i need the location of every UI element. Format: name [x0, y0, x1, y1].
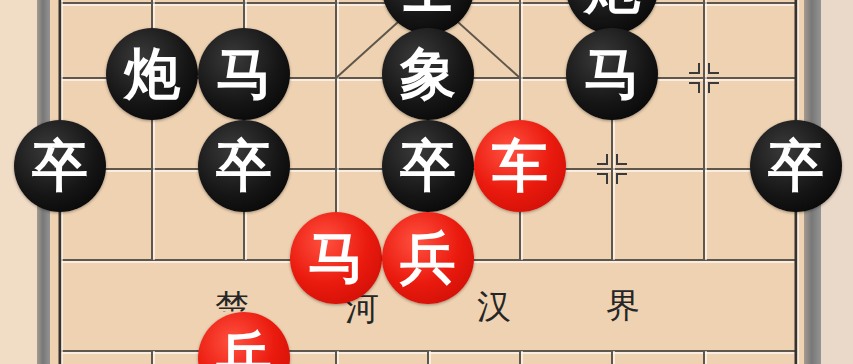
river-label-3: 汉	[477, 290, 511, 324]
black-soldier-file5-piece[interactable]: 卒	[382, 120, 474, 212]
black-soldier-file3-piece[interactable]: 卒	[198, 120, 290, 212]
river-label-1: 楚	[215, 291, 249, 312]
red-chariot-piece[interactable]: 车	[474, 120, 566, 212]
point-marker-corner	[689, 63, 700, 74]
red-soldier-center-piece[interactable]: 兵	[382, 212, 474, 304]
black-cannon-left-piece[interactable]: 炮	[106, 28, 198, 120]
point-marker-corner	[616, 173, 627, 184]
black-horse-left-piece[interactable]: 马	[198, 28, 290, 120]
black-soldier-file9-piece[interactable]: 卒	[750, 120, 842, 212]
black-soldier-file1-piece[interactable]: 卒	[14, 120, 106, 212]
river-label-4: 界	[606, 289, 640, 323]
red-horse-piece[interactable]: 马	[290, 212, 382, 304]
xiangqi-board-scene: 楚河汉界 士炮炮马象马卒卒卒卒车马兵兵	[0, 0, 853, 364]
black-horse-right-piece[interactable]: 马	[566, 28, 658, 120]
point-marker-corner	[597, 173, 608, 184]
point-marker-corner	[689, 82, 700, 93]
point-marker-corner	[708, 82, 719, 93]
point-marker-corner	[597, 154, 608, 165]
black-elephant-piece[interactable]: 象	[382, 28, 474, 120]
point-marker-corner	[616, 154, 627, 165]
point-marker-corner	[708, 63, 719, 74]
